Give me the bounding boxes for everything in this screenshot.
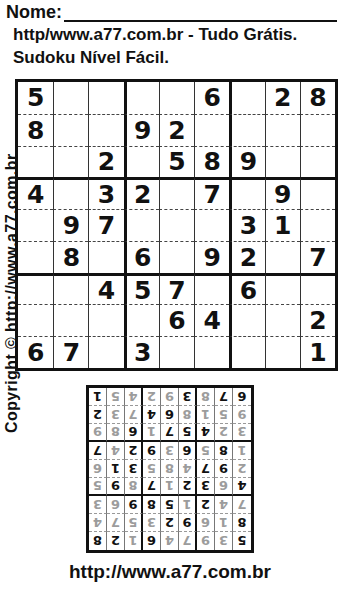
sudoku-cell[interactable] xyxy=(88,114,123,146)
solution-cell: 6 xyxy=(89,460,107,478)
sudoku-cell[interactable] xyxy=(53,304,88,336)
solution-cell: 4 xyxy=(215,496,233,514)
solution-cell: 7 xyxy=(125,406,143,424)
sudoku-cell[interactable]: 2 xyxy=(265,82,300,114)
solution-cell: 8 xyxy=(215,442,233,460)
solution-cell: 9 xyxy=(161,388,179,406)
sudoku-cell[interactable] xyxy=(300,177,335,209)
solution-cell: 2 xyxy=(179,478,197,496)
solution-cell: 4 xyxy=(233,478,251,496)
sudoku-cell[interactable] xyxy=(300,209,335,241)
sudoku-cell[interactable] xyxy=(229,304,264,336)
sudoku-cell[interactable]: 8 xyxy=(18,114,53,146)
sudoku-cell[interactable] xyxy=(194,114,229,146)
solution-cell: 8 xyxy=(89,532,107,550)
sudoku-cell[interactable] xyxy=(194,336,229,368)
solution-cell: 3 xyxy=(161,442,179,460)
sudoku-cell[interactable]: 6 xyxy=(194,82,229,114)
sudoku-cell[interactable] xyxy=(88,304,123,336)
solution-cell: 6 xyxy=(215,478,233,496)
solution-cell: 6 xyxy=(161,406,179,424)
solution-cell: 7 xyxy=(179,532,197,550)
sudoku-cell[interactable] xyxy=(53,146,88,178)
solution-cell: 6 xyxy=(143,532,161,550)
sudoku-cell[interactable]: 2 xyxy=(88,146,123,178)
sudoku-cell[interactable]: 9 xyxy=(53,209,88,241)
solution-cell: 4 xyxy=(179,460,197,478)
sudoku-cell[interactable]: 5 xyxy=(159,146,194,178)
solution-cell: 8 xyxy=(197,388,215,406)
sudoku-cell[interactable]: 9 xyxy=(194,241,229,273)
solution-cell: 7 xyxy=(215,388,233,406)
solution-cell: 1 xyxy=(143,424,161,442)
sudoku-cell[interactable] xyxy=(124,82,159,114)
sudoku-cell[interactable] xyxy=(18,241,53,273)
solution-cell: 3 xyxy=(125,460,143,478)
solution-cell: 1 xyxy=(125,532,143,550)
solution-cell: 1 xyxy=(215,514,233,532)
sudoku-cell[interactable] xyxy=(53,82,88,114)
sudoku-cell[interactable] xyxy=(300,273,335,305)
sudoku-cell[interactable] xyxy=(159,82,194,114)
solution-cell: 2 xyxy=(125,442,143,460)
solution-cell: 5 xyxy=(233,532,251,550)
solution-cell: 9 xyxy=(125,496,143,514)
sudoku-cell[interactable] xyxy=(53,114,88,146)
sudoku-cell[interactable]: 4 xyxy=(18,177,53,209)
solution-cell: 2 xyxy=(143,388,161,406)
solution-cell: 1 xyxy=(179,496,197,514)
sudoku-cell[interactable]: 9 xyxy=(124,114,159,146)
sudoku-cell[interactable] xyxy=(265,241,300,273)
sudoku-cell[interactable] xyxy=(18,209,53,241)
sudoku-cell[interactable] xyxy=(229,82,264,114)
solution-cell: 6 xyxy=(125,424,143,442)
name-label: Nome: xyxy=(6,2,62,22)
solution-cell: 5 xyxy=(179,424,197,442)
solution-cell: 3 xyxy=(107,406,125,424)
solution-cell: 3 xyxy=(197,478,215,496)
solution-cell: 9 xyxy=(143,442,161,460)
solution-cell: 5 xyxy=(143,460,161,478)
sudoku-cell[interactable] xyxy=(300,114,335,146)
solution-cell: 2 xyxy=(233,460,251,478)
solution-cell: 8 xyxy=(107,424,125,442)
solution-cell: 9 xyxy=(179,514,197,532)
sudoku-cell[interactable] xyxy=(194,273,229,305)
sudoku-cell[interactable]: 7 xyxy=(300,241,335,273)
sudoku-cell[interactable]: 1 xyxy=(265,209,300,241)
sudoku-cell[interactable] xyxy=(53,273,88,305)
sudoku-cell[interactable] xyxy=(18,304,53,336)
sudoku-cell[interactable] xyxy=(88,336,123,368)
footer-url: http://www.a77.com.br xyxy=(0,561,340,583)
solution-cell: 9 xyxy=(89,424,107,442)
solution-cell: 2 xyxy=(107,532,125,550)
solution-cell: 6 xyxy=(107,496,125,514)
solution-cell: 1 xyxy=(197,406,215,424)
sudoku-cell[interactable] xyxy=(229,177,264,209)
solution-cell: 3 xyxy=(143,514,161,532)
solution-cell: 5 xyxy=(197,442,215,460)
solution-cell: 7 xyxy=(89,442,107,460)
sudoku-cell[interactable]: 9 xyxy=(265,177,300,209)
sudoku-grid[interactable]: 562889225894327997318692745766426731 xyxy=(15,79,338,371)
solution-cell: 5 xyxy=(215,406,233,424)
solution-cell: 2 xyxy=(89,406,107,424)
solution-grid: 5397461288169235747421589634632178952974… xyxy=(86,385,254,553)
sudoku-cell[interactable] xyxy=(265,273,300,305)
solution-cell: 6 xyxy=(179,442,197,460)
sudoku-cell[interactable] xyxy=(159,241,194,273)
sudoku-cell[interactable]: 5 xyxy=(18,82,53,114)
solution-cell: 2 xyxy=(215,424,233,442)
solution-cell: 8 xyxy=(179,406,197,424)
solution-cell: 1 xyxy=(161,478,179,496)
solution-cell: 4 xyxy=(143,406,161,424)
solution-cell: 1 xyxy=(89,388,107,406)
sudoku-cell[interactable]: 7 xyxy=(159,273,194,305)
sudoku-cell[interactable]: 2 xyxy=(124,177,159,209)
sudoku-cell[interactable] xyxy=(229,336,264,368)
sudoku-cell[interactable]: 7 xyxy=(88,209,123,241)
sudoku-cell[interactable]: 5 xyxy=(124,273,159,305)
solution-cell: 4 xyxy=(89,514,107,532)
sudoku-worksheet: Nome: http/www.a77.com.br - Tudo Grátis.… xyxy=(0,0,340,596)
sudoku-cell[interactable]: 8 xyxy=(53,241,88,273)
sudoku-cell[interactable]: 2 xyxy=(159,114,194,146)
sudoku-cell[interactable]: 4 xyxy=(88,273,123,305)
solution-cell: 9 xyxy=(197,532,215,550)
solution-cell: 8 xyxy=(143,496,161,514)
sudoku-cell[interactable]: 6 xyxy=(229,273,264,305)
solution-cell: 5 xyxy=(161,496,179,514)
sudoku-cell[interactable] xyxy=(265,146,300,178)
sudoku-cell[interactable] xyxy=(53,177,88,209)
sudoku-cell[interactable] xyxy=(124,209,159,241)
solution-cell: 5 xyxy=(107,388,125,406)
sudoku-cell[interactable]: 9 xyxy=(229,146,264,178)
solution-cell: 9 xyxy=(233,406,251,424)
solution-cell: 2 xyxy=(197,496,215,514)
sudoku-cell[interactable] xyxy=(88,82,123,114)
solution-cell: 3 xyxy=(215,532,233,550)
solution-cell: 7 xyxy=(233,496,251,514)
solution-cell: 4 xyxy=(125,388,143,406)
sudoku-cell[interactable] xyxy=(88,241,123,273)
sudoku-cell[interactable] xyxy=(159,336,194,368)
name-row: Nome: xyxy=(6,2,337,22)
sudoku-cell[interactable] xyxy=(265,114,300,146)
solution-cell: 3 xyxy=(233,424,251,442)
sudoku-cell[interactable]: 7 xyxy=(194,177,229,209)
sudoku-cell[interactable] xyxy=(300,146,335,178)
sudoku-cell[interactable] xyxy=(159,209,194,241)
solution-cell: 3 xyxy=(179,388,197,406)
sudoku-cell[interactable] xyxy=(124,304,159,336)
solution-cell: 6 xyxy=(197,514,215,532)
solution-cell: 4 xyxy=(107,442,125,460)
solution-cell: 4 xyxy=(197,424,215,442)
site-url-heading: http/www.a77.com.br - Tudo Grátis. xyxy=(13,25,297,45)
solution-cell: 8 xyxy=(161,460,179,478)
puzzle-level-heading: Sudoku Nível Fácil. xyxy=(13,48,169,68)
solution-cell: 8 xyxy=(125,478,143,496)
solution-cell: 5 xyxy=(89,478,107,496)
solution-cell: 7 xyxy=(197,460,215,478)
sudoku-cell[interactable] xyxy=(229,114,264,146)
sudoku-cell[interactable]: 7 xyxy=(53,336,88,368)
sudoku-cell[interactable] xyxy=(124,146,159,178)
solution-cell: 3 xyxy=(89,496,107,514)
solution-cell: 9 xyxy=(107,478,125,496)
sudoku-cell[interactable]: 3 xyxy=(88,177,123,209)
sudoku-cell[interactable]: 8 xyxy=(194,146,229,178)
solution-cell: 1 xyxy=(233,442,251,460)
sudoku-cell[interactable] xyxy=(194,209,229,241)
sudoku-cell[interactable]: 8 xyxy=(300,82,335,114)
solution-cell: 7 xyxy=(143,478,161,496)
sudoku-cell[interactable] xyxy=(265,336,300,368)
sudoku-cell[interactable]: 6 xyxy=(124,241,159,273)
sudoku-cell[interactable] xyxy=(18,273,53,305)
sudoku-cell[interactable]: 6 xyxy=(159,304,194,336)
sudoku-cell[interactable] xyxy=(18,146,53,178)
sudoku-cell[interactable]: 4 xyxy=(194,304,229,336)
sudoku-cell[interactable]: 6 xyxy=(18,336,53,368)
solution-cell: 9 xyxy=(215,460,233,478)
sudoku-cell[interactable]: 2 xyxy=(300,304,335,336)
sudoku-cell[interactable]: 1 xyxy=(300,336,335,368)
solution-cell: 7 xyxy=(161,424,179,442)
solution-grid-rotated: 5397461288169235747421589634632178952974… xyxy=(86,385,254,553)
solution-cell: 7 xyxy=(107,514,125,532)
sudoku-cell[interactable]: 2 xyxy=(229,241,264,273)
name-blank-line xyxy=(64,5,337,22)
solution-cell: 8 xyxy=(233,514,251,532)
solution-cell: 2 xyxy=(161,514,179,532)
sudoku-cell[interactable]: 3 xyxy=(229,209,264,241)
sudoku-cell[interactable] xyxy=(265,304,300,336)
solution-cell: 1 xyxy=(107,460,125,478)
solution-cell: 6 xyxy=(233,388,251,406)
sudoku-cell[interactable]: 3 xyxy=(124,336,159,368)
sudoku-cell[interactable] xyxy=(159,177,194,209)
solution-cell: 4 xyxy=(161,532,179,550)
solution-cell: 5 xyxy=(125,514,143,532)
